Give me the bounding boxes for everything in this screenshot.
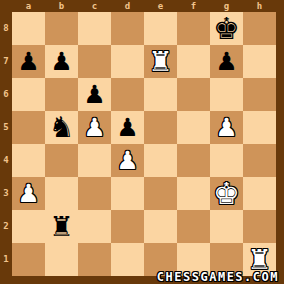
square-h6[interactable] (243, 78, 276, 111)
square-d1[interactable] (111, 243, 144, 276)
square-b1[interactable] (45, 243, 78, 276)
square-e8[interactable] (144, 12, 177, 45)
file-label-h: h (243, 0, 276, 12)
rank-label-8: 8 (0, 12, 12, 45)
square-e5[interactable] (144, 111, 177, 144)
square-a4[interactable] (12, 144, 45, 177)
rank-label-7: 7 (0, 45, 12, 78)
square-e3[interactable] (144, 177, 177, 210)
piece-white-pawn-c5[interactable]: ♟ (78, 111, 111, 144)
square-b6[interactable] (45, 78, 78, 111)
rank-label-5: 5 (0, 111, 12, 144)
square-d8[interactable] (111, 12, 144, 45)
square-g3[interactable]: ♚ (210, 177, 243, 210)
square-a3[interactable]: ♟ (12, 177, 45, 210)
square-b8[interactable] (45, 12, 78, 45)
piece-black-king-g8[interactable]: ♚ (210, 12, 243, 45)
square-g2[interactable] (210, 210, 243, 243)
square-d6[interactable] (111, 78, 144, 111)
piece-white-king-g3[interactable]: ♚ (210, 177, 243, 210)
rank-labels: 87654321 (0, 12, 12, 276)
rank-label-4: 4 (0, 144, 12, 177)
square-c1[interactable] (78, 243, 111, 276)
square-h8[interactable] (243, 12, 276, 45)
piece-white-pawn-d4[interactable]: ♟ (111, 144, 144, 177)
square-a1[interactable] (12, 243, 45, 276)
square-a2[interactable] (12, 210, 45, 243)
square-g5[interactable]: ♟ (210, 111, 243, 144)
square-a5[interactable] (12, 111, 45, 144)
square-c4[interactable] (78, 144, 111, 177)
file-label-d: d (111, 0, 144, 12)
square-f6[interactable] (177, 78, 210, 111)
square-f5[interactable] (177, 111, 210, 144)
site-brand-label: CHESSGAMES.COM (157, 271, 279, 284)
square-c3[interactable] (78, 177, 111, 210)
square-a6[interactable] (12, 78, 45, 111)
square-b2[interactable]: ♜ (45, 210, 78, 243)
square-g8[interactable]: ♚ (210, 12, 243, 45)
piece-white-pawn-a3[interactable]: ♟ (12, 177, 45, 210)
square-e2[interactable] (144, 210, 177, 243)
square-g7[interactable]: ♟ (210, 45, 243, 78)
rank-label-1: 1 (0, 243, 12, 276)
square-c7[interactable] (78, 45, 111, 78)
square-a8[interactable] (12, 12, 45, 45)
piece-black-knight-b5[interactable]: ♞ (45, 111, 78, 144)
square-h7[interactable] (243, 45, 276, 78)
square-h2[interactable] (243, 210, 276, 243)
square-c5[interactable]: ♟ (78, 111, 111, 144)
square-a7[interactable]: ♟ (12, 45, 45, 78)
piece-black-pawn-a7[interactable]: ♟ (12, 45, 45, 78)
square-c6[interactable]: ♟ (78, 78, 111, 111)
square-h5[interactable] (243, 111, 276, 144)
square-g6[interactable] (210, 78, 243, 111)
piece-black-pawn-d5[interactable]: ♟ (111, 111, 144, 144)
square-f2[interactable] (177, 210, 210, 243)
square-e4[interactable] (144, 144, 177, 177)
piece-black-pawn-b7[interactable]: ♟ (45, 45, 78, 78)
square-b7[interactable]: ♟ (45, 45, 78, 78)
rank-label-6: 6 (0, 78, 12, 111)
square-d2[interactable] (111, 210, 144, 243)
square-c8[interactable] (78, 12, 111, 45)
file-label-a: a (12, 0, 45, 12)
square-d4[interactable]: ♟ (111, 144, 144, 177)
piece-black-pawn-g7[interactable]: ♟ (210, 45, 243, 78)
square-d3[interactable] (111, 177, 144, 210)
file-label-f: f (177, 0, 210, 12)
piece-white-rook-e7[interactable]: ♜ (144, 45, 177, 78)
rank-label-2: 2 (0, 210, 12, 243)
square-c2[interactable] (78, 210, 111, 243)
square-b3[interactable] (45, 177, 78, 210)
square-g4[interactable] (210, 144, 243, 177)
square-d7[interactable] (111, 45, 144, 78)
square-b4[interactable] (45, 144, 78, 177)
square-f8[interactable] (177, 12, 210, 45)
piece-black-pawn-c6[interactable]: ♟ (78, 78, 111, 111)
square-b5[interactable]: ♞ (45, 111, 78, 144)
square-f4[interactable] (177, 144, 210, 177)
board: ♚♟♟♜♟♟♞♟♟♟♟♟♚♜♜ (12, 12, 276, 276)
piece-black-rook-b2[interactable]: ♜ (45, 210, 78, 243)
square-f3[interactable] (177, 177, 210, 210)
square-e6[interactable] (144, 78, 177, 111)
chess-diagram: abcdefgh 87654321 ♚♟♟♜♟♟♞♟♟♟♟♟♚♜♜ CHESSG… (0, 0, 284, 284)
file-label-c: c (78, 0, 111, 12)
file-label-b: b (45, 0, 78, 12)
rank-label-3: 3 (0, 177, 12, 210)
square-h3[interactable] (243, 177, 276, 210)
piece-white-pawn-g5[interactable]: ♟ (210, 111, 243, 144)
square-d5[interactable]: ♟ (111, 111, 144, 144)
square-h4[interactable] (243, 144, 276, 177)
square-f7[interactable] (177, 45, 210, 78)
square-e7[interactable]: ♜ (144, 45, 177, 78)
file-label-e: e (144, 0, 177, 12)
